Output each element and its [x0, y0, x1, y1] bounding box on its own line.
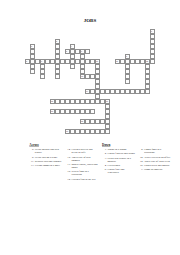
clue-item: 5.Helps doctors and sick people	[29, 148, 62, 154]
crossword-block	[150, 129, 155, 134]
clue-item: 18.Serves food in a restaurant	[66, 170, 99, 176]
worksheet-page: JOBS 12345678910111213141516171819 Acros…	[0, 0, 180, 255]
clue-number: 17	[51, 110, 53, 112]
clue-number: 19	[66, 130, 68, 132]
clue-item: 11.Repairs cars and engines	[29, 159, 62, 162]
clue-number: 3	[31, 45, 32, 47]
down-header: Down	[102, 143, 173, 146]
clue-number: 12	[146, 60, 148, 62]
clues-section: Across 5.Helps doctors and sick people8.…	[0, 143, 180, 250]
clue-item: 12.Takes care of your teeth	[139, 159, 172, 162]
clue-item: 10.Types letters in an office	[139, 155, 172, 158]
clue-item: 8.Helps you on a plane	[29, 155, 62, 158]
clue-number: 16	[106, 100, 108, 102]
down-clues-block: Down 1.Works in a school2.Grows flowers …	[102, 143, 173, 175]
clue-number: 15	[51, 100, 53, 102]
clue-item: 15.Takes care of sick animals	[66, 155, 99, 161]
clue-item: 7.Sings in concerts	[139, 168, 172, 171]
across-clues-col1: 5.Helps doctors and sick people8.Helps y…	[29, 148, 62, 181]
across-clues-block: Across 5.Helps doctors and sick people8.…	[29, 143, 100, 181]
crossword-grid: 12345678910111213141516171819	[25, 29, 155, 134]
clue-number: 13	[81, 75, 83, 77]
clue-item: 14.Catches thieves and keeps us safe	[66, 148, 99, 154]
clue-item: 2.Grows flowers and plants	[102, 152, 135, 155]
clue-number: 11	[116, 60, 118, 62]
clue-number: 5	[66, 50, 67, 52]
clue-item: 16.Paints walls and houses	[139, 163, 172, 166]
clue-item: 1.Works in a school	[102, 148, 135, 151]
clue-item: 6.Grows fruit and vegetables	[102, 168, 135, 174]
down-clues-col1: 1.Works in a school2.Grows flowers and p…	[102, 148, 135, 175]
down-clues-col2: 9.Cooks food in a restaurant10.Types let…	[139, 148, 172, 175]
clue-number: 18	[81, 120, 83, 122]
clue-item: 9.Cooks food in a restaurant	[139, 148, 172, 154]
clue-number: 4	[71, 45, 72, 47]
clue-number: 14	[86, 90, 88, 92]
clue-item: 17.Makes chairs, tables and doors	[66, 162, 99, 168]
clue-number: 1	[151, 30, 152, 32]
clue-item: 19.Catches fish in the sea	[66, 177, 99, 180]
clue-number: 6	[81, 50, 82, 52]
clue-item: 4.Flies planes	[102, 163, 135, 166]
clue-number: 7	[126, 55, 127, 57]
clue-number: 10	[96, 60, 98, 62]
clue-item: 13.Cleans rooms in a hotel	[29, 163, 62, 166]
clue-number: 2	[56, 40, 57, 42]
puzzle-title: JOBS	[0, 18, 180, 23]
across-header: Across	[29, 143, 100, 146]
across-clues-col2: 14.Catches thieves and keeps us safe15.T…	[66, 148, 99, 181]
clue-item: 3.Helps sick people in a hospital	[102, 156, 135, 162]
clue-number: 9	[41, 60, 42, 62]
clue-number: 8	[26, 60, 27, 62]
